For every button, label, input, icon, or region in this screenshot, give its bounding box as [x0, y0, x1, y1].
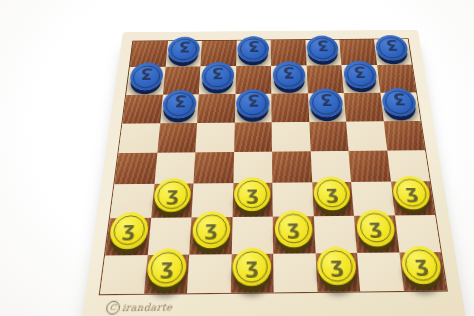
square-r5c5[interactable]	[272, 151, 312, 182]
brand-logo-icon: C	[105, 301, 120, 315]
square-r4c3[interactable]	[195, 123, 234, 153]
piece-engraving-icon: ʒ	[166, 186, 180, 204]
blue-piece[interactable]: ʒ	[309, 88, 344, 117]
square-r5c1[interactable]	[114, 153, 156, 184]
piece-engraving-icon: ʒ	[173, 96, 186, 112]
square-r8c6[interactable]: ʒ	[315, 252, 360, 291]
blue-piece[interactable]: ʒ	[306, 36, 340, 62]
square-r4c4[interactable]	[234, 122, 272, 152]
piece-engraving-icon: ʒ	[247, 96, 259, 111]
blue-piece[interactable]: ʒ	[237, 36, 269, 62]
square-r3c8[interactable]: ʒ	[380, 92, 421, 121]
piece-engraving-icon: ʒ	[287, 219, 301, 239]
piece-engraving-icon: ʒ	[385, 41, 398, 55]
square-r3c1[interactable]	[122, 94, 162, 123]
piece-engraving-icon: ʒ	[245, 256, 259, 277]
board-grid: ʒʒʒʒʒʒʒʒʒʒʒʒʒʒʒʒʒʒʒʒʒʒʒʒ	[99, 38, 448, 295]
blue-piece[interactable]: ʒ	[162, 90, 198, 119]
piece-engraving-icon: ʒ	[325, 184, 339, 202]
piece-engraving-icon: ʒ	[330, 255, 345, 276]
square-r5c7[interactable]	[349, 151, 391, 182]
blue-piece[interactable]: ʒ	[167, 37, 201, 63]
square-r2c5[interactable]: ʒ	[271, 66, 308, 94]
square-r7c7[interactable]: ʒ	[354, 216, 399, 253]
square-r8c2[interactable]: ʒ	[143, 254, 189, 293]
blue-piece[interactable]: ʒ	[236, 89, 270, 118]
square-r8c7[interactable]	[357, 252, 403, 291]
piece-engraving-icon: ʒ	[320, 95, 333, 110]
piece-engraving-icon: ʒ	[246, 185, 259, 203]
square-r7c1[interactable]: ʒ	[105, 218, 151, 255]
piece-engraving-icon: ʒ	[212, 68, 224, 83]
piece-engraving-icon: ʒ	[413, 254, 429, 275]
piece-engraving-icon: ʒ	[368, 218, 383, 237]
piece-engraving-icon: ʒ	[178, 43, 190, 57]
square-r3c4[interactable]: ʒ	[234, 94, 271, 123]
yellow-piece[interactable]: ʒ	[313, 176, 352, 210]
brand-logo: C irandarte	[105, 299, 173, 316]
board-scene: ʒʒʒʒʒʒʒʒʒʒʒʒʒʒʒʒʒʒʒʒʒʒʒʒ C irandarte	[72, 0, 472, 316]
square-r4c6[interactable]	[309, 122, 349, 152]
square-r6c2[interactable]: ʒ	[151, 183, 194, 218]
square-r7c3[interactable]: ʒ	[189, 217, 232, 254]
square-r5c3[interactable]	[193, 152, 233, 183]
square-r4c1[interactable]	[119, 123, 160, 153]
square-r8c3[interactable]	[187, 254, 231, 293]
yellow-piece[interactable]: ʒ	[153, 178, 192, 212]
square-r3c7[interactable]	[344, 93, 384, 122]
photo-canvas: ʒʒʒʒʒʒʒʒʒʒʒʒʒʒʒʒʒʒʒʒʒʒʒʒ C irandarte	[0, 0, 474, 316]
square-r3c3[interactable]	[197, 94, 235, 123]
brand-logo-text: irandarte	[122, 301, 173, 313]
yellow-piece[interactable]: ʒ	[191, 212, 230, 249]
piece-engraving-icon: ʒ	[140, 69, 153, 84]
square-r4c7[interactable]	[346, 121, 387, 150]
piece-engraving-icon: ʒ	[283, 68, 295, 83]
yellow-piece[interactable]: ʒ	[355, 210, 396, 246]
yellow-piece[interactable]: ʒ	[232, 247, 272, 286]
square-r3c6[interactable]: ʒ	[307, 93, 346, 122]
blue-piece[interactable]: ʒ	[342, 61, 377, 88]
square-r2c3[interactable]: ʒ	[199, 66, 236, 94]
piece-engraving-icon: ʒ	[248, 42, 259, 56]
square-r6c6[interactable]: ʒ	[312, 182, 354, 217]
piece-engraving-icon: ʒ	[204, 220, 218, 240]
blue-piece[interactable]: ʒ	[272, 62, 306, 89]
blue-piece[interactable]: ʒ	[200, 62, 234, 89]
square-r8c4[interactable]: ʒ	[230, 253, 273, 292]
yellow-piece[interactable]: ʒ	[234, 177, 271, 211]
yellow-piece[interactable]: ʒ	[274, 211, 313, 248]
yellow-piece[interactable]: ʒ	[400, 246, 444, 285]
square-r8c8[interactable]: ʒ	[399, 252, 447, 291]
square-r3c5[interactable]	[271, 93, 309, 122]
square-r1c2[interactable]: ʒ	[165, 41, 202, 67]
yellow-piece[interactable]: ʒ	[146, 248, 188, 287]
square-r6c4[interactable]: ʒ	[232, 183, 273, 218]
piece-engraving-icon: ʒ	[317, 42, 329, 56]
square-r2c7[interactable]: ʒ	[341, 65, 379, 93]
square-r4c8[interactable]	[383, 121, 425, 150]
yellow-piece[interactable]: ʒ	[108, 212, 150, 249]
square-r6c8[interactable]: ʒ	[390, 181, 435, 216]
yellow-piece[interactable]: ʒ	[316, 246, 357, 285]
blue-piece[interactable]: ʒ	[374, 35, 409, 61]
piece-engraving-icon: ʒ	[354, 67, 367, 82]
square-r1c6[interactable]: ʒ	[305, 40, 341, 66]
piece-engraving-icon: ʒ	[392, 94, 406, 109]
square-r1c8[interactable]: ʒ	[374, 39, 412, 65]
square-r1c4[interactable]: ʒ	[236, 40, 271, 66]
square-r2c1[interactable]: ʒ	[126, 67, 165, 95]
square-r7c5[interactable]: ʒ	[273, 216, 315, 253]
blue-piece[interactable]: ʒ	[381, 88, 418, 117]
square-r4c2[interactable]	[157, 123, 197, 153]
square-r4c5[interactable]	[272, 122, 311, 152]
square-r3c2[interactable]: ʒ	[160, 94, 199, 123]
yellow-piece[interactable]: ʒ	[391, 176, 432, 210]
piece-engraving-icon: ʒ	[160, 257, 175, 278]
square-r8c5[interactable]	[273, 253, 317, 292]
blue-piece[interactable]: ʒ	[128, 63, 164, 90]
piece-engraving-icon: ʒ	[121, 221, 136, 241]
checkers-board: ʒʒʒʒʒʒʒʒʒʒʒʒʒʒʒʒʒʒʒʒʒʒʒʒ C irandarte	[81, 30, 466, 316]
piece-engraving-icon: ʒ	[404, 184, 419, 202]
square-r8c1[interactable]	[100, 255, 147, 294]
